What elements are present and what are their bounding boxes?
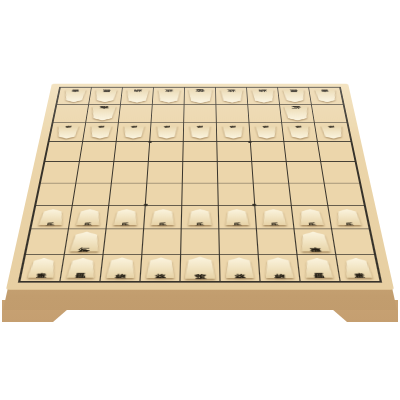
board-cell[interactable]: 王将	[181, 255, 220, 281]
board-cell[interactable]	[41, 162, 79, 183]
piece-gote-pawn[interactable]: 歩兵	[190, 126, 211, 139]
piece-wrap: 桂馬	[298, 255, 340, 281]
board-cell[interactable]	[252, 162, 288, 183]
board-cell[interactable]: 玉将	[185, 88, 216, 105]
piece-inscription: 歩兵	[97, 132, 105, 133]
board-cell[interactable]	[184, 105, 216, 123]
piece-wrap: 飛車	[295, 229, 336, 254]
piece-wrap: 歩兵	[83, 123, 118, 141]
piece-wrap: 角行	[280, 105, 314, 123]
piece-sente-knight[interactable]: 桂馬	[303, 258, 333, 278]
piece-gote-knight[interactable]: 桂馬	[94, 90, 117, 103]
board-cell[interactable]	[257, 229, 296, 254]
board-cell[interactable]	[312, 105, 347, 123]
piece-wrap: 歩兵	[50, 123, 86, 141]
piece-gote-lance[interactable]: 香車	[63, 90, 86, 103]
piece-inscription: 歩兵	[307, 217, 316, 218]
board-cell[interactable]	[216, 105, 248, 123]
shogi-photo-stage: 香車桂馬銀将金将玉将金将銀将桂馬香車飛車角行歩兵歩兵歩兵歩兵歩兵歩兵歩兵歩兵歩兵…	[0, 0, 400, 400]
piece-inscription: 歩兵	[163, 132, 171, 133]
piece-gote-pawn[interactable]: 歩兵	[56, 126, 79, 139]
piece-wrap: 歩兵	[292, 206, 331, 229]
board-cell[interactable]	[181, 229, 219, 254]
piece-wrap: 香車	[309, 88, 343, 105]
board-cell[interactable]	[151, 105, 183, 123]
piece-inscription: 飛車	[98, 113, 108, 114]
piece-inscription: 歩兵	[64, 132, 72, 133]
board-cell[interactable]	[142, 229, 180, 254]
piece-sente-pawn[interactable]: 歩兵	[39, 209, 65, 225]
piece-wrap: 歩兵	[150, 123, 183, 141]
board-cell[interactable]: 香車	[57, 88, 91, 105]
board-cell[interactable]: 金将	[141, 255, 180, 281]
piece-sente-gold[interactable]: 金将	[225, 258, 254, 279]
piece-inscription: 歩兵	[270, 217, 279, 218]
board-cell[interactable]	[114, 142, 149, 162]
piece-gote-pawn[interactable]: 歩兵	[89, 126, 112, 139]
piece-sente-silver[interactable]: 銀将	[264, 258, 294, 279]
piece-wrap: 歩兵	[117, 123, 151, 141]
board-cell[interactable]	[218, 183, 254, 205]
board-cell[interactable]: 香車	[309, 88, 343, 105]
piece-wrap: 金将	[153, 88, 184, 105]
piece-gote-bishop[interactable]: 角行	[284, 106, 310, 120]
board-cell[interactable]	[54, 105, 89, 123]
piece-wrap: 歩兵	[184, 123, 217, 141]
board-cell[interactable]	[287, 162, 324, 183]
piece-sente-lance[interactable]: 香車	[343, 258, 373, 278]
board-cell[interactable]: 歩兵	[217, 123, 250, 141]
board-cell[interactable]	[146, 183, 182, 205]
board-cell[interactable]: 歩兵	[107, 206, 145, 229]
board-cell[interactable]	[284, 142, 320, 162]
piece-gote-gold[interactable]: 金将	[220, 89, 243, 102]
board-cell[interactable]	[183, 142, 216, 162]
piece-sente-knight[interactable]: 桂馬	[67, 258, 97, 278]
board-cell[interactable]: 歩兵	[219, 206, 256, 229]
piece-inscription: 桂馬	[313, 267, 324, 268]
board-cell[interactable]	[217, 142, 251, 162]
piece-sente-pawn[interactable]: 歩兵	[76, 209, 102, 225]
piece-wrap: 歩兵	[69, 206, 108, 229]
board-cell[interactable]: 桂馬	[298, 255, 340, 281]
board-cell[interactable]	[80, 142, 116, 162]
piece-inscription: 歩兵	[229, 132, 237, 133]
piece-gote-knight[interactable]: 桂馬	[283, 90, 306, 103]
piece-wrap: 桂馬	[278, 88, 311, 105]
piece-wrap: 角行	[65, 229, 106, 254]
board-cell[interactable]: 歩兵	[282, 123, 317, 141]
board-cell[interactable]: 香車	[20, 255, 63, 281]
board-cell[interactable]	[36, 183, 75, 205]
piece-gote-pawn[interactable]: 歩兵	[156, 126, 177, 139]
piece-wrap: 桂馬	[89, 88, 122, 105]
piece-wrap: 歩兵	[144, 206, 181, 229]
board-cell[interactable]: 銀将	[259, 255, 300, 281]
piece-gote-gold[interactable]: 金将	[157, 89, 180, 102]
piece-inscription: 歩兵	[121, 217, 130, 218]
piece-inscription: 歩兵	[158, 217, 167, 218]
piece-wrap: 銀将	[121, 88, 153, 105]
board-grid: 香車桂馬銀将金将玉将金将銀将桂馬香車飛車角行歩兵歩兵歩兵歩兵歩兵歩兵歩兵歩兵歩兵…	[18, 87, 382, 283]
board-cell[interactable]	[119, 105, 152, 123]
board-cell[interactable]: 金将	[220, 255, 259, 281]
piece-inscription: 歩兵	[84, 217, 93, 218]
piece-inscription: 王将	[194, 267, 206, 268]
board-cell[interactable]	[109, 183, 146, 205]
piece-wrap: 金将	[141, 255, 180, 281]
piece-wrap: 歩兵	[282, 123, 317, 141]
board-cell[interactable]: 歩兵	[249, 123, 283, 141]
piece-gote-pawn[interactable]: 歩兵	[321, 126, 344, 139]
board-cell[interactable]	[218, 162, 253, 183]
board-cell[interactable]: 歩兵	[83, 123, 118, 141]
board-cell[interactable]: 銀将	[247, 88, 279, 105]
piece-inscription: 桂馬	[76, 267, 87, 268]
piece-wrap: 歩兵	[31, 206, 71, 229]
piece-sente-pawn[interactable]: 歩兵	[262, 209, 287, 225]
piece-wrap: 玉将	[185, 88, 216, 105]
board-cell[interactable]	[332, 229, 374, 254]
piece-gote-silver[interactable]: 銀将	[251, 89, 275, 102]
board-cell[interactable]	[73, 183, 111, 205]
hoshi-dot	[248, 141, 252, 143]
piece-wrap: 銀将	[101, 255, 142, 281]
board-cell[interactable]: 歩兵	[182, 206, 219, 229]
board-cell[interactable]	[183, 162, 217, 183]
piece-wrap: 金将	[216, 88, 247, 105]
board-cell[interactable]	[182, 183, 217, 205]
piece-inscription: 歩兵	[195, 217, 204, 218]
board-cell[interactable]: 歩兵	[50, 123, 86, 141]
board-cell[interactable]	[289, 183, 327, 205]
piece-sente-pawn[interactable]: 歩兵	[335, 209, 361, 225]
board-cell[interactable]: 歩兵	[69, 206, 108, 229]
piece-wrap: 王将	[181, 255, 220, 281]
piece-sente-pawn[interactable]: 歩兵	[151, 209, 175, 225]
piece-gote-pawn[interactable]: 歩兵	[222, 126, 243, 139]
board-cell[interactable]	[26, 229, 68, 254]
board-cell[interactable]: 銀将	[121, 88, 153, 105]
board-cell[interactable]	[251, 142, 286, 162]
piece-inscription: 歩兵	[196, 132, 204, 133]
board-cell[interactable]: 銀将	[101, 255, 142, 281]
piece-gote-silver[interactable]: 銀将	[125, 89, 149, 102]
board-cell[interactable]	[318, 142, 355, 162]
piece-sente-lance[interactable]: 香車	[27, 258, 57, 278]
piece-sente-pawn[interactable]: 歩兵	[298, 209, 324, 225]
piece-inscription: 香車	[352, 267, 362, 268]
piece-sente-king[interactable]: 王将	[185, 257, 216, 279]
piece-gote-rook[interactable]: 飛車	[90, 106, 116, 120]
piece-inscription: 金将	[234, 267, 245, 268]
board-cell[interactable]: 歩兵	[117, 123, 151, 141]
piece-wrap: 香車	[57, 88, 91, 105]
piece-wrap: 歩兵	[328, 206, 368, 229]
piece-inscription: 歩兵	[47, 217, 56, 218]
board-cell[interactable]: 飛車	[295, 229, 336, 254]
board-cell[interactable]	[254, 183, 291, 205]
piece-wrap: 桂馬	[61, 255, 103, 281]
shogi-board: 香車桂馬銀将金将玉将金将銀将桂馬香車飛車角行歩兵歩兵歩兵歩兵歩兵歩兵歩兵歩兵歩兵…	[6, 84, 394, 290]
board-cell[interactable]: 歩兵	[328, 206, 368, 229]
board-cell[interactable]	[147, 162, 182, 183]
board-cell[interactable]	[321, 162, 359, 183]
board-cell[interactable]: 角行	[280, 105, 314, 123]
board-cell[interactable]: 桂馬	[278, 88, 311, 105]
piece-wrap: 香車	[336, 255, 379, 281]
piece-wrap: 銀将	[259, 255, 300, 281]
board-cell[interactable]: 角行	[65, 229, 106, 254]
piece-wrap: 金将	[220, 255, 259, 281]
board-cell[interactable]	[76, 162, 113, 183]
piece-inscription: 歩兵	[344, 217, 353, 218]
board-cell[interactable]: 歩兵	[144, 206, 181, 229]
board-cell[interactable]	[45, 142, 82, 162]
board-cell[interactable]: 桂馬	[89, 88, 122, 105]
board-cell[interactable]: 歩兵	[315, 123, 351, 141]
piece-sente-silver[interactable]: 銀将	[106, 258, 136, 279]
piece-inscription: 角行	[80, 241, 92, 242]
piece-gote-king[interactable]: 玉将	[188, 89, 212, 103]
piece-wrap: 歩兵	[217, 123, 250, 141]
board-cell[interactable]: 金将	[216, 88, 247, 105]
piece-wrap: 銀将	[247, 88, 279, 105]
board-cell[interactable]: 歩兵	[184, 123, 217, 141]
board-cell[interactable]: 歩兵	[31, 206, 71, 229]
piece-wrap: 歩兵	[315, 123, 351, 141]
board-cell[interactable]: 歩兵	[292, 206, 331, 229]
piece-sente-pawn[interactable]: 歩兵	[113, 209, 138, 225]
piece-inscription: 金将	[155, 267, 166, 268]
piece-inscription: 銀将	[273, 267, 284, 268]
board-cell[interactable]: 桂馬	[61, 255, 103, 281]
piece-sente-bishop[interactable]: 角行	[70, 232, 101, 252]
board-cell[interactable]	[325, 183, 364, 205]
piece-wrap: 歩兵	[107, 206, 145, 229]
piece-inscription: 歩兵	[328, 132, 336, 133]
piece-wrap: 歩兵	[249, 123, 283, 141]
board-cell[interactable]: 歩兵	[150, 123, 183, 141]
piece-inscription: 銀将	[116, 267, 127, 268]
piece-gote-lance[interactable]: 香車	[314, 90, 337, 103]
piece-inscription: 香車	[37, 267, 47, 268]
board-cell[interactable]	[149, 142, 183, 162]
board-cell[interactable]: 飛車	[86, 105, 120, 123]
board-cell[interactable]	[219, 229, 257, 254]
piece-inscription: 飛車	[309, 241, 321, 242]
piece-inscription: 角行	[292, 113, 302, 114]
board-cell[interactable]	[248, 105, 281, 123]
piece-wrap: 歩兵	[219, 206, 256, 229]
piece-gote-pawn[interactable]: 歩兵	[123, 126, 145, 139]
piece-wrap: 香車	[20, 255, 63, 281]
board-cell[interactable]: 歩兵	[255, 206, 293, 229]
piece-sente-rook[interactable]: 飛車	[299, 232, 330, 252]
piece-inscription: 歩兵	[295, 132, 303, 133]
piece-wrap: 歩兵	[255, 206, 293, 229]
piece-inscription: 歩兵	[262, 132, 270, 133]
piece-sente-pawn[interactable]: 歩兵	[225, 209, 249, 225]
piece-gote-pawn[interactable]: 歩兵	[255, 126, 277, 139]
piece-inscription: 歩兵	[130, 132, 138, 133]
piece-wrap: 飛車	[86, 105, 120, 123]
board-cell[interactable]: 香車	[336, 255, 379, 281]
hoshi-dot	[252, 204, 256, 207]
piece-sente-gold[interactable]: 金将	[146, 258, 175, 279]
board-cell[interactable]: 金将	[153, 88, 184, 105]
board-cell[interactable]	[104, 229, 143, 254]
piece-gote-pawn[interactable]: 歩兵	[288, 126, 311, 139]
piece-wrap: 歩兵	[182, 206, 219, 229]
board-cell[interactable]	[112, 162, 148, 183]
piece-sente-pawn[interactable]: 歩兵	[188, 209, 212, 225]
piece-inscription: 歩兵	[233, 217, 242, 218]
